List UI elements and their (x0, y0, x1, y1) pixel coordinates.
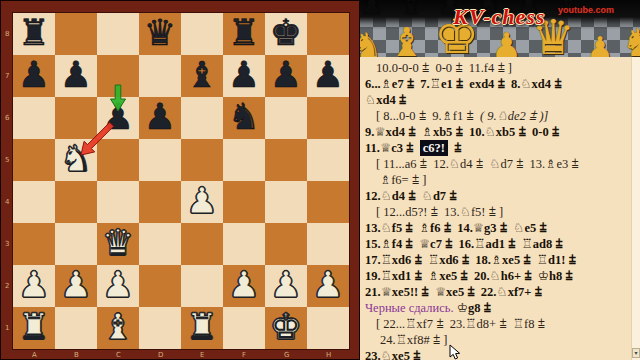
black-pawn-piece[interactable]: ♟ (270, 54, 302, 96)
square-c6[interactable]: ♟ (97, 97, 139, 139)
scrollbar[interactable]: ▾ (631, 57, 640, 360)
move-text[interactable]: 24.♖xf8# ⩲ ] (380, 333, 447, 347)
notation-line[interactable]: 19.♖xd1 ⩲ ♗xe5 ⩲ 20.♘h6+ ⩲ ♔h8 ⩲ (360, 268, 640, 284)
move-text[interactable]: 21.♕xe5!! ⩲ ♕xe5 ⩲ 22.♘xf7+ ⩲ (365, 285, 542, 299)
notation-line[interactable]: 12.♘d4 ⩲ ♘d7 ⩲ (360, 188, 640, 204)
analysis-panel: ♟♝♟♞♟♝ ♞♝♚♟♛♟♞ KV-chess youtube.com 10.0… (360, 0, 640, 360)
square-d3[interactable] (139, 223, 181, 265)
rank-label-7: 7 (5, 73, 9, 80)
square-g7[interactable]: ♟ (265, 55, 307, 97)
file-label-D: D (158, 352, 163, 359)
square-d4[interactable] (139, 181, 181, 223)
notation-line[interactable]: Черные сдались. ♔g8 ⩲ (360, 300, 640, 316)
notation-line[interactable]: 13.♘f5 ⩲ ♗f6 ⩲ 14.♕g3 ⩲ ♘e5 ⩲ (360, 220, 640, 236)
square-a3[interactable] (13, 223, 55, 265)
square-b1[interactable] (55, 307, 97, 349)
bishop-icon: ♝ (388, 19, 424, 57)
rank-label-8: 8 (5, 31, 9, 38)
square-g2[interactable]: ♟ (265, 265, 307, 307)
square-e8[interactable] (181, 13, 223, 55)
square-e5[interactable] (181, 139, 223, 181)
video-frame: ♜♛♜♚♟♟♝♟♟♟♟♟♞♞♟♛♟♟♟♟♟♟♜♝♜♚ 12345678 ABCD… (0, 0, 640, 360)
move-text[interactable]: ♗f6= ⩲ ] (380, 173, 426, 187)
square-h7[interactable]: ♟ (307, 55, 349, 97)
move-text[interactable]: ♘xd4 ⩲ (365, 93, 406, 107)
notation-line[interactable]: 11.♕c3 ⩲ c6?! ⩲ (360, 140, 640, 156)
move-text[interactable]: [ 22...♖xf7 ⩲ 23.♖d8+ ⩲ ♖f8 ⩲ (376, 317, 545, 331)
move-text[interactable]: 11.♕c3 ⩲ (365, 141, 420, 155)
notation-line[interactable]: 9.♕xd4 ⩲ ♗xb5 ⩲ 10.♘xb5 ⩲ 0-0 ⩲ (360, 124, 640, 140)
square-c8[interactable] (97, 13, 139, 55)
square-f4[interactable] (223, 181, 265, 223)
move-list[interactable]: 10.0-0-0 ⩲ 0-0 ⩲ 11.f4 ⩲ ]6...♗e7 ⩲ 7.♖e… (360, 57, 640, 360)
notation-line[interactable]: [ 11...a6 ⩲ 12.♘d4 ⩲ ♘d7 ⩲ 13.♗e3 ⩲ (360, 156, 640, 172)
notation-line[interactable]: 24.♖xf8# ⩲ ] (360, 332, 640, 348)
notation-line[interactable]: 23.♘xe5 ⩲ (360, 348, 640, 360)
scroll-down-button[interactable]: ▾ (632, 348, 640, 358)
black-pawn-piece[interactable]: ♟ (312, 54, 344, 96)
notation-line[interactable]: [ 22...♖xf7 ⩲ 23.♖d8+ ⩲ ♖f8 ⩲ (360, 316, 640, 332)
square-e2[interactable] (181, 265, 223, 307)
square-h1[interactable] (307, 307, 349, 349)
rank-label-6: 6 (5, 115, 9, 122)
square-g1[interactable]: ♚ (265, 307, 307, 349)
rank-label-5: 5 (5, 157, 9, 164)
move-text[interactable]: 6...♗e7 ⩲ 7.♖e1 ⩲ exd4 ⩲ 8.♘xd4 ⩲ (365, 77, 562, 91)
square-e6[interactable] (181, 97, 223, 139)
square-h5[interactable] (307, 139, 349, 181)
file-label-B: B (74, 352, 79, 359)
square-e3[interactable] (181, 223, 223, 265)
square-f1[interactable] (223, 307, 265, 349)
move-text[interactable]: ⩲ (448, 141, 462, 155)
chess-board: ♜♛♜♚♟♟♝♟♟♟♟♟♞♞♟♛♟♟♟♟♟♟♜♝♜♚ 12345678 ABCD… (0, 0, 360, 360)
rank-label-4: 4 (5, 199, 9, 206)
black-pawn-piece[interactable]: ♟ (102, 96, 134, 138)
black-knight-piece[interactable]: ♞ (228, 96, 260, 138)
square-f8[interactable]: ♜ (223, 13, 265, 55)
square-g8[interactable]: ♚ (265, 13, 307, 55)
brand-logo: KV-chess (453, 4, 545, 30)
square-c5[interactable] (97, 139, 139, 181)
pawn-icon: ♟ (587, 30, 614, 57)
white-pawn-piece[interactable]: ♟ (228, 264, 260, 306)
square-a2[interactable]: ♟ (13, 265, 55, 307)
white-pawn-piece[interactable]: ♟ (18, 264, 50, 306)
square-e4[interactable]: ♟ (181, 181, 223, 223)
square-g5[interactable] (265, 139, 307, 181)
notation-line[interactable]: [ 12...d5?! ⩲ 13.♘f5! ⩲ ] (360, 204, 640, 220)
move-text[interactable]: ♔g8 ⩲ (457, 301, 491, 315)
square-g3[interactable] (265, 223, 307, 265)
square-h8[interactable] (307, 13, 349, 55)
square-d6[interactable]: ♟ (139, 97, 181, 139)
white-rook-piece[interactable]: ♜ (186, 306, 218, 348)
rank-label-3: 3 (5, 241, 9, 248)
square-c1[interactable]: ♝ (97, 307, 139, 349)
notation-line[interactable]: 15.♗f4 ⩲ ♕c7 ⩲ 16.♖ad1 ⩲ ♖ad8 ⩲ (360, 236, 640, 252)
square-a7[interactable]: ♟ (13, 55, 55, 97)
knight-icon: ♞ (360, 25, 382, 57)
square-c3[interactable]: ♛ (97, 223, 139, 265)
notation-line[interactable]: 6...♗e7 ⩲ 7.♖e1 ⩲ exd4 ⩲ 8.♘xd4 ⩲ (360, 76, 640, 92)
square-h2[interactable]: ♟ (307, 265, 349, 307)
file-label-G: G (284, 352, 289, 359)
square-c4[interactable] (97, 181, 139, 223)
move-text[interactable]: 19.♖xd1 ⩲ ♗xe5 ⩲ 20.♘h6+ ⩲ ♔h8 ⩲ (365, 269, 573, 283)
black-pawn-piece[interactable]: ♟ (144, 96, 176, 138)
move-text[interactable]: [ 8...0-0 ⩲ 9.♗f1 ⩲ (376, 109, 480, 123)
square-c2[interactable]: ♟ (97, 265, 139, 307)
notation-line[interactable]: ♘xd4 ⩲ (360, 92, 640, 108)
watermark-text: youtube.com (558, 5, 614, 15)
white-rook-piece[interactable]: ♜ (18, 306, 50, 348)
move-text[interactable]: [ 11...a6 ⩲ 12.♘d4 ⩲ ♘d7 ⩲ 13.♗e3 ⩲ (376, 157, 579, 171)
square-g4[interactable] (265, 181, 307, 223)
square-a1[interactable]: ♜ (13, 307, 55, 349)
square-d7[interactable] (139, 55, 181, 97)
square-d8[interactable]: ♛ (139, 13, 181, 55)
white-pawn-piece[interactable]: ♟ (186, 180, 218, 222)
white-queen-piece[interactable]: ♛ (102, 222, 134, 264)
black-king-piece[interactable]: ♚ (270, 12, 302, 54)
notation-line[interactable]: 10.0-0-0 ⩲ 0-0 ⩲ 11.f4 ⩲ ] (360, 60, 640, 76)
square-b4[interactable] (55, 181, 97, 223)
square-e7[interactable]: ♝ (181, 55, 223, 97)
square-a5[interactable] (13, 139, 55, 181)
board-grid: ♜♛♜♚♟♟♝♟♟♟♟♟♞♞♟♛♟♟♟♟♟♟♜♝♜♚ (13, 13, 349, 349)
selected-move[interactable]: c6?! (420, 140, 448, 156)
notation-line[interactable]: 21.♕xe5!! ⩲ ♕xe5 ⩲ 22.♘xf7+ ⩲ (360, 284, 640, 300)
move-text[interactable]: 10.0-0-0 ⩲ 0-0 ⩲ 11.f4 ⩲ ] (376, 61, 512, 75)
black-pawn-piece[interactable]: ♟ (228, 54, 260, 96)
notation-line[interactable]: ♗f6= ⩲ ] (360, 172, 640, 188)
square-f7[interactable]: ♟ (223, 55, 265, 97)
square-f2[interactable]: ♟ (223, 265, 265, 307)
square-f5[interactable] (223, 139, 265, 181)
file-label-H: H (326, 352, 331, 359)
move-text[interactable]: 9.♕xd4 ⩲ ♗xb5 ⩲ 10.♘xb5 ⩲ 0-0 ⩲ (365, 125, 559, 139)
square-f3[interactable] (223, 223, 265, 265)
square-h3[interactable] (307, 223, 349, 265)
white-pawn-piece[interactable]: ♟ (270, 264, 302, 306)
square-c7[interactable] (97, 55, 139, 97)
square-b8[interactable] (55, 13, 97, 55)
rank-label-2: 2 (5, 283, 9, 290)
square-d5[interactable] (139, 139, 181, 181)
move-text[interactable]: ( 9.♘de2 ⩲ )] (480, 109, 549, 123)
black-rook-piece[interactable]: ♜ (228, 12, 260, 54)
square-g6[interactable] (265, 97, 307, 139)
rank-label-1: 1 (5, 325, 9, 332)
square-f6[interactable]: ♞ (223, 97, 265, 139)
square-b3[interactable] (55, 223, 97, 265)
square-h4[interactable] (307, 181, 349, 223)
move-text[interactable]: 12.♘d4 ⩲ ♘d7 ⩲ (365, 189, 457, 203)
square-a6[interactable] (13, 97, 55, 139)
square-b5[interactable]: ♞ (55, 139, 97, 181)
black-rook-piece[interactable]: ♜ (18, 12, 50, 54)
square-a4[interactable] (13, 181, 55, 223)
notation-line[interactable]: 17.♖xd6 ⩲ ♖xd6 ⩲ 18.♗xe5 ⩲ ♖d1! ⩲ (360, 252, 640, 268)
white-king-piece[interactable]: ♚ (270, 306, 302, 348)
white-pawn-piece[interactable]: ♟ (102, 264, 134, 306)
square-b7[interactable]: ♟ (55, 55, 97, 97)
file-label-E: E (200, 352, 204, 359)
move-text[interactable]: [ 12...d5?! ⩲ 13.♘f5! ⩲ ] (376, 205, 503, 219)
black-pawn-piece[interactable]: ♟ (60, 54, 92, 96)
square-b2[interactable]: ♟ (55, 265, 97, 307)
file-label-F: F (242, 352, 246, 359)
black-pawn-piece[interactable]: ♟ (18, 54, 50, 96)
square-b6[interactable] (55, 97, 97, 139)
white-pawn-piece[interactable]: ♟ (60, 264, 92, 306)
move-text[interactable]: 13.♘f5 ⩲ ♗f6 ⩲ 14.♕g3 ⩲ ♘e5 ⩲ (365, 221, 547, 235)
knight-icon: ♞ (622, 21, 640, 57)
move-text[interactable]: 15.♗f4 ⩲ ♕c7 ⩲ 16.♖ad1 ⩲ ♖ad8 ⩲ (365, 237, 563, 251)
white-knight-piece[interactable]: ♞ (60, 138, 92, 180)
black-bishop-piece[interactable]: ♝ (186, 54, 218, 96)
file-label-C: C (116, 352, 121, 359)
result-text: Черные сдались. (365, 301, 457, 315)
file-label-A: A (32, 352, 37, 359)
white-bishop-piece[interactable]: ♝ (102, 306, 134, 348)
square-d1[interactable] (139, 307, 181, 349)
square-d2[interactable] (139, 265, 181, 307)
move-text[interactable]: 17.♖xd6 ⩲ ♖xd6 ⩲ 18.♗xe5 ⩲ ♖d1! ⩲ (365, 253, 576, 267)
move-text[interactable]: 23.♘xe5 ⩲ (365, 349, 420, 360)
notation-line[interactable]: [ 8...0-0 ⩲ 9.♗f1 ⩲ ( 9.♘de2 ⩲ )] (360, 108, 640, 124)
square-h6[interactable] (307, 97, 349, 139)
white-pawn-piece[interactable]: ♟ (312, 264, 344, 306)
black-queen-piece[interactable]: ♛ (144, 12, 176, 54)
channel-banner: ♟♝♟♞♟♝ ♞♝♚♟♛♟♞ KV-chess youtube.com (360, 0, 640, 57)
square-a8[interactable]: ♜ (13, 13, 55, 55)
square-e1[interactable]: ♜ (181, 307, 223, 349)
